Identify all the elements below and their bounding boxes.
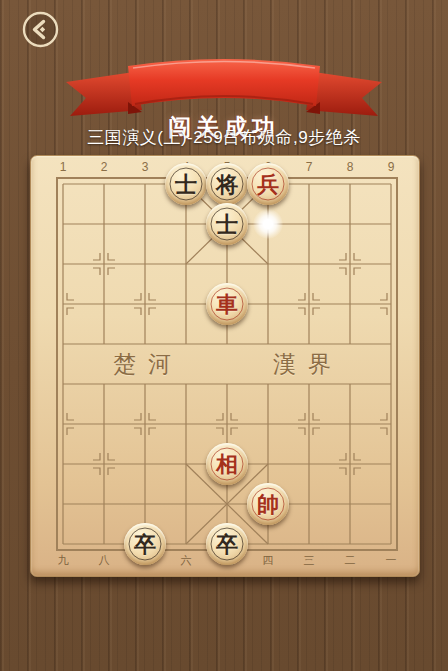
piece-character: 帥 [247,483,289,525]
piece-character: 士 [165,163,207,205]
piece-black-将[interactable]: 将 [206,163,248,205]
file-label-bottom: 三 [304,553,315,568]
file-label-top: 2 [101,160,108,174]
piece-character: 士 [206,203,248,245]
file-label-top: 7 [306,160,313,174]
piece-character: 車 [206,283,248,325]
success-banner: 闯关成功 [54,50,394,122]
piece-character: 卒 [206,523,248,565]
river-label-han: 漢界 [273,349,343,380]
file-label-top: 8 [347,160,354,174]
file-label-top: 3 [142,160,149,174]
piece-character: 相 [206,443,248,485]
piece-character: 将 [206,163,248,205]
river-label-chu: 楚河 [113,349,183,380]
piece-red-相[interactable]: 相 [206,443,248,485]
level-subtitle: 三国演义(上)-259吕布殒命,9步绝杀 [0,126,448,149]
piece-red-兵[interactable]: 兵 [247,163,289,205]
file-label-bottom: 二 [345,553,356,568]
piece-character: 兵 [247,163,289,205]
file-label-top: 9 [388,160,395,174]
xiangqi-board[interactable]: 123456789九八七六五四三二一 楚河 漢界 士将兵士車相帥卒卒 [30,155,420,577]
piece-black-士[interactable]: 士 [206,203,248,245]
file-label-bottom: 六 [181,553,192,568]
piece-black-士[interactable]: 士 [165,163,207,205]
file-label-bottom: 四 [263,553,274,568]
back-button[interactable] [21,10,60,49]
file-label-top: 1 [60,160,67,174]
piece-red-帥[interactable]: 帥 [247,483,289,525]
game-screen: 闯关成功 三国演义(上)-259吕布殒命,9步绝杀 123456789九八七六五… [0,0,448,671]
file-label-bottom: 一 [386,553,397,568]
piece-black-卒[interactable]: 卒 [124,523,166,565]
last-move-marker [253,209,283,239]
file-label-bottom: 九 [58,553,69,568]
piece-character: 卒 [124,523,166,565]
back-arrow-icon [21,10,60,49]
file-label-bottom: 八 [99,553,110,568]
piece-black-卒[interactable]: 卒 [206,523,248,565]
piece-red-車[interactable]: 車 [206,283,248,325]
